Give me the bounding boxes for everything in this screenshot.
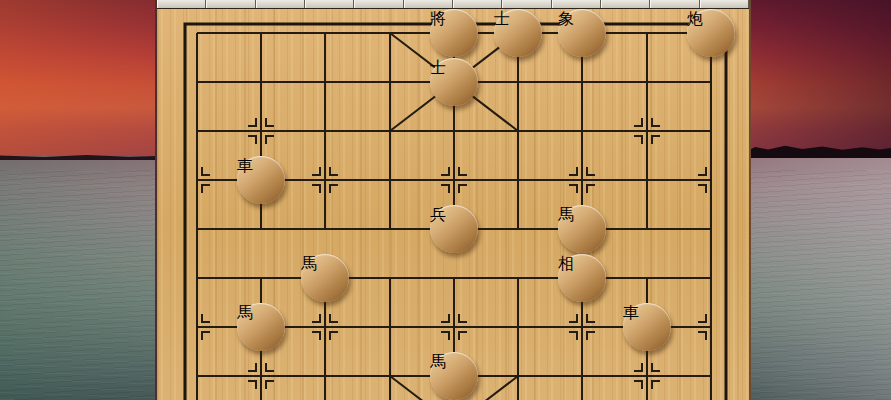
xiangqi-board[interactable]: 將士象炮士車兵馬馬相馬車馬 [157,9,749,400]
toolbar-button[interactable] [650,0,699,8]
piece-face [692,14,730,52]
piece-black-chariot[interactable]: 車 [623,303,671,351]
piece-face [563,14,601,52]
piece-black-general[interactable]: 將 [430,9,478,57]
piece-face [306,259,344,297]
piece-face [628,308,666,346]
toolbar-button[interactable] [305,0,354,8]
piece-face [435,357,473,395]
piece-red-horse[interactable]: 馬 [301,254,349,302]
toolbar [157,0,749,9]
toolbar-button[interactable] [601,0,650,8]
piece-face [499,14,537,52]
piece-face [435,14,473,52]
piece-black-horse[interactable]: 馬 [237,303,285,351]
piece-red-cannon[interactable]: 炮 [687,9,735,57]
piece-black-advisor[interactable]: 士 [494,9,542,57]
piece-black-advisor[interactable]: 士 [430,58,478,106]
toolbar-button[interactable] [453,0,502,8]
piece-red-soldier[interactable]: 兵 [430,205,478,253]
piece-black-horse[interactable]: 馬 [430,352,478,400]
piece-face [435,210,473,248]
piece-red-horse[interactable]: 馬 [558,205,606,253]
toolbar-button[interactable] [354,0,403,8]
toolbar-button[interactable] [206,0,255,8]
piece-face [435,63,473,101]
toolbar-button[interactable] [404,0,453,8]
piece-red-chariot[interactable]: 車 [237,156,285,204]
piece-red-elephant[interactable]: 相 [558,254,606,302]
piece-face [242,161,280,199]
toolbar-button[interactable] [552,0,601,8]
piece-black-elephant[interactable]: 象 [558,9,606,57]
piece-face [563,259,601,297]
toolbar-button[interactable] [700,0,749,8]
toolbar-button[interactable] [157,0,206,8]
piece-face [563,210,601,248]
toolbar-button[interactable] [256,0,305,8]
toolbar-button[interactable] [502,0,551,8]
piece-face [242,308,280,346]
xiangqi-game-window: 將士象炮士車兵馬馬相馬車馬 [155,0,751,400]
